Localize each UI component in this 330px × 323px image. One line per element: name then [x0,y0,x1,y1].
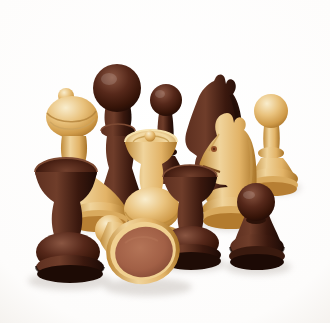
chess-pieces-photo [0,0,330,323]
specular-highlight [155,90,165,98]
photo-canvas [0,0,330,323]
specular-highlight [101,73,117,85]
cup-nub [145,131,156,142]
specular-highlight [243,191,255,199]
